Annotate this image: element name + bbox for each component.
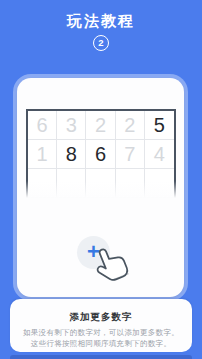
grid-cell bbox=[145, 169, 174, 198]
illustration-card: 6322518674 + bbox=[17, 78, 184, 297]
grid-cell bbox=[57, 169, 86, 198]
grid-cell: 1 bbox=[28, 140, 57, 169]
caption-panel: 添加更多数字 如果没有剩下的数字对，可以添加更多数字。 这些行将按照相同顺序填充… bbox=[10, 299, 192, 352]
caption-line-1: 如果没有剩下的数字对，可以添加更多数字。 bbox=[10, 328, 192, 339]
page-title: 玩法教程 bbox=[0, 12, 202, 31]
grid-cell: 2 bbox=[116, 111, 145, 140]
board-grid: 6322518674 bbox=[28, 111, 174, 198]
caption-line-2: 这些行将按照相同顺序填充剩下的数字。 bbox=[10, 339, 192, 350]
bottom-element-peek bbox=[10, 355, 192, 359]
grid-cell: 2 bbox=[86, 111, 115, 140]
caption-heading: 添加更多数字 bbox=[10, 311, 192, 324]
grid-cell: 8 bbox=[57, 140, 86, 169]
grid-cell: 4 bbox=[145, 140, 174, 169]
grid-cell bbox=[86, 169, 115, 198]
caption-body: 如果没有剩下的数字对，可以添加更多数字。 这些行将按照相同顺序填充剩下的数字。 bbox=[10, 328, 192, 349]
board-frame: 6322518674 bbox=[26, 109, 176, 199]
grid-cell bbox=[116, 169, 145, 198]
grid-cell bbox=[28, 169, 57, 198]
grid-cell: 6 bbox=[86, 140, 115, 169]
grid-cell: 6 bbox=[28, 111, 57, 140]
grid-cell: 7 bbox=[116, 140, 145, 169]
tutorial-screen: 玩法教程 2 6322518674 + 添加更多数字 如果没有剩下的数字对，可以… bbox=[0, 0, 202, 359]
step-number-badge: 2 bbox=[93, 35, 109, 51]
grid-cell: 5 bbox=[145, 111, 174, 140]
grid-cell: 3 bbox=[57, 111, 86, 140]
